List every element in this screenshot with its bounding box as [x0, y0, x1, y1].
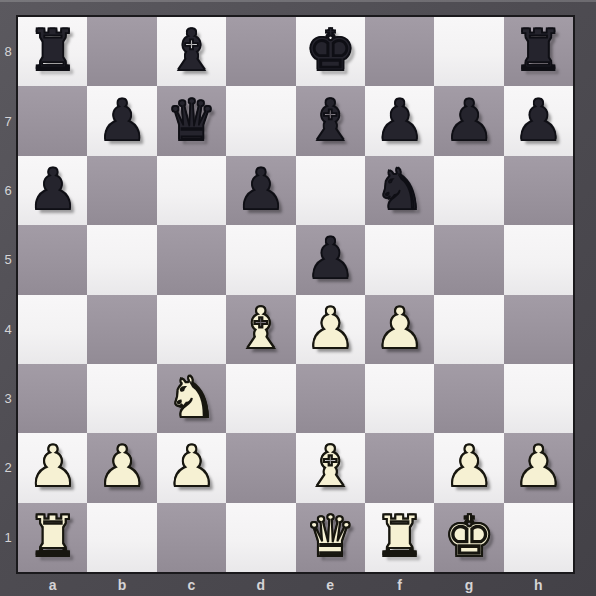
square-g6[interactable] — [434, 156, 503, 225]
square-d2[interactable] — [226, 433, 295, 502]
piece-black-queen[interactable]: ♛ — [166, 86, 217, 155]
square-h1[interactable] — [504, 503, 573, 572]
rank-label-3: 3 — [0, 364, 16, 433]
square-b1[interactable] — [87, 503, 156, 572]
rank-label-1: 1 — [0, 503, 16, 572]
square-b8[interactable] — [87, 17, 156, 86]
file-label-d: d — [226, 574, 295, 596]
piece-black-pawn[interactable]: ♟ — [443, 86, 494, 155]
rank-label-5: 5 — [0, 225, 16, 294]
piece-black-knight[interactable]: ♞ — [374, 155, 425, 224]
square-e5[interactable]: ♟ — [296, 225, 365, 294]
piece-white-pawn[interactable]: ♟ — [443, 432, 494, 501]
piece-white-bishop[interactable]: ♝ — [305, 432, 356, 501]
rank-label-2: 2 — [0, 433, 16, 502]
square-c8[interactable]: ♝ — [157, 17, 226, 86]
square-h5[interactable] — [504, 225, 573, 294]
square-e3[interactable] — [296, 364, 365, 433]
square-d7[interactable] — [226, 86, 295, 155]
piece-white-bishop[interactable]: ♝ — [235, 294, 286, 363]
square-a3[interactable] — [18, 364, 87, 433]
square-b4[interactable] — [87, 295, 156, 364]
square-d6[interactable]: ♟ — [226, 156, 295, 225]
square-g4[interactable] — [434, 295, 503, 364]
square-g1[interactable]: ♚ — [434, 503, 503, 572]
square-d5[interactable] — [226, 225, 295, 294]
square-h7[interactable]: ♟ — [504, 86, 573, 155]
piece-black-pawn[interactable]: ♟ — [305, 224, 356, 293]
rank-label-6: 6 — [0, 156, 16, 225]
piece-black-king[interactable]: ♚ — [305, 16, 356, 85]
square-a4[interactable] — [18, 295, 87, 364]
piece-black-bishop[interactable]: ♝ — [166, 16, 217, 85]
piece-black-pawn[interactable]: ♟ — [235, 155, 286, 224]
piece-white-pawn[interactable]: ♟ — [513, 432, 564, 501]
square-a8[interactable]: ♜ — [18, 17, 87, 86]
square-g7[interactable]: ♟ — [434, 86, 503, 155]
file-label-f: f — [365, 574, 434, 596]
rank-label-8: 8 — [0, 17, 16, 86]
square-f3[interactable] — [365, 364, 434, 433]
square-f4[interactable]: ♟ — [365, 295, 434, 364]
square-c5[interactable] — [157, 225, 226, 294]
piece-white-pawn[interactable]: ♟ — [374, 294, 425, 363]
file-labels: abcdefgh — [18, 574, 573, 596]
square-e7[interactable]: ♝ — [296, 86, 365, 155]
piece-black-rook[interactable]: ♜ — [27, 16, 78, 85]
chessboard-frame: 87654321 ♜♝♚♜♟♛♝♟♟♟♟♟♞♟♝♟♟♞♟♟♟♝♟♟♜♛♜♚ ab… — [0, 0, 596, 596]
square-b6[interactable] — [87, 156, 156, 225]
file-label-g: g — [434, 574, 503, 596]
piece-white-pawn[interactable]: ♟ — [97, 432, 148, 501]
piece-black-bishop[interactable]: ♝ — [305, 86, 356, 155]
square-c6[interactable] — [157, 156, 226, 225]
square-e4[interactable]: ♟ — [296, 295, 365, 364]
square-f2[interactable] — [365, 433, 434, 502]
piece-white-knight[interactable]: ♞ — [166, 363, 217, 432]
piece-black-pawn[interactable]: ♟ — [513, 86, 564, 155]
square-g8[interactable] — [434, 17, 503, 86]
square-c4[interactable] — [157, 295, 226, 364]
square-h8[interactable]: ♜ — [504, 17, 573, 86]
square-f7[interactable]: ♟ — [365, 86, 434, 155]
square-g2[interactable]: ♟ — [434, 433, 503, 502]
piece-white-pawn[interactable]: ♟ — [166, 432, 217, 501]
square-d8[interactable] — [226, 17, 295, 86]
file-label-a: a — [18, 574, 87, 596]
square-e8[interactable]: ♚ — [296, 17, 365, 86]
piece-white-queen[interactable]: ♛ — [305, 502, 356, 571]
piece-black-pawn[interactable]: ♟ — [27, 155, 78, 224]
square-a7[interactable] — [18, 86, 87, 155]
chess-board[interactable]: ♜♝♚♜♟♛♝♟♟♟♟♟♞♟♝♟♟♞♟♟♟♝♟♟♜♛♜♚ — [16, 15, 575, 574]
piece-white-rook[interactable]: ♜ — [374, 502, 425, 571]
piece-white-rook[interactable]: ♜ — [27, 502, 78, 571]
square-a1[interactable]: ♜ — [18, 503, 87, 572]
square-f5[interactable] — [365, 225, 434, 294]
file-label-b: b — [87, 574, 156, 596]
file-label-e: e — [296, 574, 365, 596]
square-b7[interactable]: ♟ — [87, 86, 156, 155]
square-d3[interactable] — [226, 364, 295, 433]
square-c2[interactable]: ♟ — [157, 433, 226, 502]
square-h2[interactable]: ♟ — [504, 433, 573, 502]
square-d4[interactable]: ♝ — [226, 295, 295, 364]
square-d1[interactable] — [226, 503, 295, 572]
square-a6[interactable]: ♟ — [18, 156, 87, 225]
piece-white-king[interactable]: ♚ — [443, 502, 494, 571]
square-f1[interactable]: ♜ — [365, 503, 434, 572]
square-f6[interactable]: ♞ — [365, 156, 434, 225]
square-c3[interactable]: ♞ — [157, 364, 226, 433]
square-b5[interactable] — [87, 225, 156, 294]
square-f8[interactable] — [365, 17, 434, 86]
rank-label-4: 4 — [0, 295, 16, 364]
square-h6[interactable] — [504, 156, 573, 225]
rank-labels: 87654321 — [0, 17, 16, 572]
square-g5[interactable] — [434, 225, 503, 294]
piece-white-pawn[interactable]: ♟ — [27, 432, 78, 501]
file-label-h: h — [504, 574, 573, 596]
piece-black-pawn[interactable]: ♟ — [374, 86, 425, 155]
square-e6[interactable] — [296, 156, 365, 225]
rank-label-7: 7 — [0, 86, 16, 155]
square-c1[interactable] — [157, 503, 226, 572]
square-a2[interactable]: ♟ — [18, 433, 87, 502]
square-h3[interactable] — [504, 364, 573, 433]
square-b3[interactable] — [87, 364, 156, 433]
square-c7[interactable]: ♛ — [157, 86, 226, 155]
square-e2[interactable]: ♝ — [296, 433, 365, 502]
square-e1[interactable]: ♛ — [296, 503, 365, 572]
square-h4[interactable] — [504, 295, 573, 364]
piece-black-pawn[interactable]: ♟ — [97, 86, 148, 155]
square-a5[interactable] — [18, 225, 87, 294]
square-b2[interactable]: ♟ — [87, 433, 156, 502]
piece-black-rook[interactable]: ♜ — [513, 16, 564, 85]
file-label-c: c — [157, 574, 226, 596]
square-g3[interactable] — [434, 364, 503, 433]
piece-white-pawn[interactable]: ♟ — [305, 294, 356, 363]
